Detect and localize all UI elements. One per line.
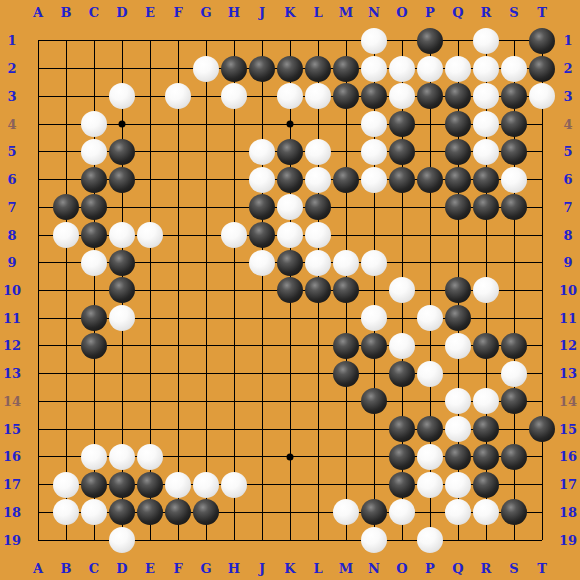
intersection-G12[interactable] — [192, 332, 220, 360]
intersection-D11[interactable] — [108, 304, 136, 332]
intersection-F13[interactable] — [164, 360, 192, 388]
intersection-E2[interactable] — [136, 55, 164, 83]
intersection-E11[interactable] — [136, 304, 164, 332]
intersection-B7[interactable] — [52, 193, 80, 221]
intersection-C8[interactable] — [80, 221, 108, 249]
intersection-N11[interactable] — [360, 304, 388, 332]
intersection-J19[interactable] — [248, 526, 276, 554]
intersection-E17[interactable] — [136, 471, 164, 499]
intersection-B8[interactable] — [52, 221, 80, 249]
intersection-T18[interactable] — [528, 499, 556, 527]
intersection-H1[interactable] — [220, 27, 248, 55]
intersection-L14[interactable] — [304, 388, 332, 416]
intersection-R12[interactable] — [472, 332, 500, 360]
intersection-E6[interactable] — [136, 166, 164, 194]
intersection-A17[interactable] — [24, 471, 52, 499]
intersection-G16[interactable] — [192, 443, 220, 471]
intersection-J9[interactable] — [248, 249, 276, 277]
intersection-Q5[interactable] — [444, 138, 472, 166]
intersection-M10[interactable] — [332, 277, 360, 305]
intersection-D3[interactable] — [108, 82, 136, 110]
intersection-R16[interactable] — [472, 443, 500, 471]
intersection-D12[interactable] — [108, 332, 136, 360]
intersection-M3[interactable] — [332, 82, 360, 110]
intersection-C16[interactable] — [80, 443, 108, 471]
intersection-H14[interactable] — [220, 388, 248, 416]
intersection-D17[interactable] — [108, 471, 136, 499]
intersection-M2[interactable] — [332, 55, 360, 83]
intersection-S16[interactable] — [500, 443, 528, 471]
intersection-M1[interactable] — [332, 27, 360, 55]
intersection-O2[interactable] — [388, 55, 416, 83]
intersection-O4[interactable] — [388, 110, 416, 138]
intersection-O1[interactable] — [388, 27, 416, 55]
intersection-K6[interactable] — [276, 166, 304, 194]
intersection-O7[interactable] — [388, 193, 416, 221]
intersection-M7[interactable] — [332, 193, 360, 221]
intersection-C13[interactable] — [80, 360, 108, 388]
intersection-S17[interactable] — [500, 471, 528, 499]
intersection-P4[interactable] — [416, 110, 444, 138]
intersection-K9[interactable] — [276, 249, 304, 277]
intersection-G19[interactable] — [192, 526, 220, 554]
intersection-K10[interactable] — [276, 277, 304, 305]
intersection-P8[interactable] — [416, 221, 444, 249]
intersection-C1[interactable] — [80, 27, 108, 55]
intersection-F14[interactable] — [164, 388, 192, 416]
intersection-E15[interactable] — [136, 415, 164, 443]
intersection-K5[interactable] — [276, 138, 304, 166]
intersection-L8[interactable] — [304, 221, 332, 249]
intersection-E3[interactable] — [136, 82, 164, 110]
intersection-O14[interactable] — [388, 388, 416, 416]
intersection-A6[interactable] — [24, 166, 52, 194]
intersection-G11[interactable] — [192, 304, 220, 332]
intersection-B6[interactable] — [52, 166, 80, 194]
intersection-P11[interactable] — [416, 304, 444, 332]
intersection-L1[interactable] — [304, 27, 332, 55]
intersection-F5[interactable] — [164, 138, 192, 166]
intersection-T11[interactable] — [528, 304, 556, 332]
intersection-R17[interactable] — [472, 471, 500, 499]
intersection-J14[interactable] — [248, 388, 276, 416]
intersection-A7[interactable] — [24, 193, 52, 221]
intersection-S10[interactable] — [500, 277, 528, 305]
intersection-T19[interactable] — [528, 526, 556, 554]
intersection-R7[interactable] — [472, 193, 500, 221]
intersection-C18[interactable] — [80, 499, 108, 527]
intersection-D8[interactable] — [108, 221, 136, 249]
intersection-S2[interactable] — [500, 55, 528, 83]
intersection-A1[interactable] — [24, 27, 52, 55]
intersection-A8[interactable] — [24, 221, 52, 249]
intersection-C5[interactable] — [80, 138, 108, 166]
intersection-S3[interactable] — [500, 82, 528, 110]
intersection-J17[interactable] — [248, 471, 276, 499]
intersection-H19[interactable] — [220, 526, 248, 554]
intersection-A10[interactable] — [24, 277, 52, 305]
intersection-L9[interactable] — [304, 249, 332, 277]
intersection-O19[interactable] — [388, 526, 416, 554]
intersection-F6[interactable] — [164, 166, 192, 194]
intersection-J8[interactable] — [248, 221, 276, 249]
intersection-P19[interactable] — [416, 526, 444, 554]
intersection-G4[interactable] — [192, 110, 220, 138]
intersection-N16[interactable] — [360, 443, 388, 471]
intersection-N7[interactable] — [360, 193, 388, 221]
intersection-T3[interactable] — [528, 82, 556, 110]
intersection-A2[interactable] — [24, 55, 52, 83]
intersection-P5[interactable] — [416, 138, 444, 166]
intersection-D6[interactable] — [108, 166, 136, 194]
intersection-H13[interactable] — [220, 360, 248, 388]
intersection-L10[interactable] — [304, 277, 332, 305]
intersection-G14[interactable] — [192, 388, 220, 416]
intersection-K1[interactable] — [276, 27, 304, 55]
intersection-K3[interactable] — [276, 82, 304, 110]
intersection-S15[interactable] — [500, 415, 528, 443]
intersection-O5[interactable] — [388, 138, 416, 166]
intersection-N12[interactable] — [360, 332, 388, 360]
intersection-G15[interactable] — [192, 415, 220, 443]
intersection-L2[interactable] — [304, 55, 332, 83]
intersection-A9[interactable] — [24, 249, 52, 277]
intersection-N1[interactable] — [360, 27, 388, 55]
intersection-O13[interactable] — [388, 360, 416, 388]
intersection-M12[interactable] — [332, 332, 360, 360]
intersection-T15[interactable] — [528, 415, 556, 443]
intersection-H15[interactable] — [220, 415, 248, 443]
intersection-N2[interactable] — [360, 55, 388, 83]
intersection-K13[interactable] — [276, 360, 304, 388]
intersection-G18[interactable] — [192, 499, 220, 527]
intersection-G2[interactable] — [192, 55, 220, 83]
intersection-T8[interactable] — [528, 221, 556, 249]
intersection-E10[interactable] — [136, 277, 164, 305]
intersection-L18[interactable] — [304, 499, 332, 527]
intersection-D9[interactable] — [108, 249, 136, 277]
intersection-E1[interactable] — [136, 27, 164, 55]
intersection-F9[interactable] — [164, 249, 192, 277]
intersection-L6[interactable] — [304, 166, 332, 194]
intersection-K7[interactable] — [276, 193, 304, 221]
intersection-S4[interactable] — [500, 110, 528, 138]
intersection-Q3[interactable] — [444, 82, 472, 110]
intersection-S12[interactable] — [500, 332, 528, 360]
intersection-R5[interactable] — [472, 138, 500, 166]
intersection-D14[interactable] — [108, 388, 136, 416]
intersection-G17[interactable] — [192, 471, 220, 499]
intersection-L12[interactable] — [304, 332, 332, 360]
intersection-B2[interactable] — [52, 55, 80, 83]
intersection-G3[interactable] — [192, 82, 220, 110]
intersection-E13[interactable] — [136, 360, 164, 388]
intersection-A12[interactable] — [24, 332, 52, 360]
intersection-K19[interactable] — [276, 526, 304, 554]
intersection-N15[interactable] — [360, 415, 388, 443]
intersection-T16[interactable] — [528, 443, 556, 471]
intersection-J10[interactable] — [248, 277, 276, 305]
intersection-M4[interactable] — [332, 110, 360, 138]
intersection-N8[interactable] — [360, 221, 388, 249]
intersection-Q17[interactable] — [444, 471, 472, 499]
intersection-H16[interactable] — [220, 443, 248, 471]
intersection-F18[interactable] — [164, 499, 192, 527]
intersection-O15[interactable] — [388, 415, 416, 443]
intersection-F12[interactable] — [164, 332, 192, 360]
intersection-A19[interactable] — [24, 526, 52, 554]
intersection-R11[interactable] — [472, 304, 500, 332]
intersection-M8[interactable] — [332, 221, 360, 249]
intersection-R8[interactable] — [472, 221, 500, 249]
intersection-M17[interactable] — [332, 471, 360, 499]
intersection-Q16[interactable] — [444, 443, 472, 471]
intersection-H9[interactable] — [220, 249, 248, 277]
intersection-R9[interactable] — [472, 249, 500, 277]
intersection-C11[interactable] — [80, 304, 108, 332]
intersection-K8[interactable] — [276, 221, 304, 249]
intersection-H10[interactable] — [220, 277, 248, 305]
intersection-C9[interactable] — [80, 249, 108, 277]
intersection-S7[interactable] — [500, 193, 528, 221]
intersection-Q9[interactable] — [444, 249, 472, 277]
intersection-C3[interactable] — [80, 82, 108, 110]
intersection-E9[interactable] — [136, 249, 164, 277]
intersection-T5[interactable] — [528, 138, 556, 166]
intersection-R3[interactable] — [472, 82, 500, 110]
intersection-E12[interactable] — [136, 332, 164, 360]
intersection-O10[interactable] — [388, 277, 416, 305]
intersection-E7[interactable] — [136, 193, 164, 221]
intersection-F15[interactable] — [164, 415, 192, 443]
intersection-P17[interactable] — [416, 471, 444, 499]
intersection-K14[interactable] — [276, 388, 304, 416]
intersection-Q2[interactable] — [444, 55, 472, 83]
intersection-E8[interactable] — [136, 221, 164, 249]
intersection-K2[interactable] — [276, 55, 304, 83]
intersection-J6[interactable] — [248, 166, 276, 194]
intersection-B16[interactable] — [52, 443, 80, 471]
intersection-B9[interactable] — [52, 249, 80, 277]
intersection-P10[interactable] — [416, 277, 444, 305]
intersection-H2[interactable] — [220, 55, 248, 83]
intersection-M15[interactable] — [332, 415, 360, 443]
intersection-O17[interactable] — [388, 471, 416, 499]
intersection-A5[interactable] — [24, 138, 52, 166]
intersection-H5[interactable] — [220, 138, 248, 166]
intersection-T6[interactable] — [528, 166, 556, 194]
intersection-O6[interactable] — [388, 166, 416, 194]
intersection-R13[interactable] — [472, 360, 500, 388]
intersection-T12[interactable] — [528, 332, 556, 360]
intersection-P2[interactable] — [416, 55, 444, 83]
intersection-M19[interactable] — [332, 526, 360, 554]
intersection-K16[interactable] — [276, 443, 304, 471]
intersection-K11[interactable] — [276, 304, 304, 332]
intersection-B3[interactable] — [52, 82, 80, 110]
intersection-C4[interactable] — [80, 110, 108, 138]
intersection-A11[interactable] — [24, 304, 52, 332]
intersection-C17[interactable] — [80, 471, 108, 499]
intersection-R18[interactable] — [472, 499, 500, 527]
intersection-C14[interactable] — [80, 388, 108, 416]
intersection-E16[interactable] — [136, 443, 164, 471]
intersection-R19[interactable] — [472, 526, 500, 554]
intersection-B11[interactable] — [52, 304, 80, 332]
intersection-R6[interactable] — [472, 166, 500, 194]
intersection-D13[interactable] — [108, 360, 136, 388]
intersection-F10[interactable] — [164, 277, 192, 305]
intersection-T14[interactable] — [528, 388, 556, 416]
intersection-D10[interactable] — [108, 277, 136, 305]
intersection-Q6[interactable] — [444, 166, 472, 194]
intersection-T17[interactable] — [528, 471, 556, 499]
intersection-B18[interactable] — [52, 499, 80, 527]
intersection-F4[interactable] — [164, 110, 192, 138]
intersection-S19[interactable] — [500, 526, 528, 554]
intersection-L16[interactable] — [304, 443, 332, 471]
intersection-R4[interactable] — [472, 110, 500, 138]
intersection-H3[interactable] — [220, 82, 248, 110]
intersection-B19[interactable] — [52, 526, 80, 554]
intersection-S18[interactable] — [500, 499, 528, 527]
intersection-L3[interactable] — [304, 82, 332, 110]
intersection-A14[interactable] — [24, 388, 52, 416]
intersection-H6[interactable] — [220, 166, 248, 194]
intersection-R14[interactable] — [472, 388, 500, 416]
intersection-H4[interactable] — [220, 110, 248, 138]
intersection-Q14[interactable] — [444, 388, 472, 416]
intersection-L19[interactable] — [304, 526, 332, 554]
intersection-E5[interactable] — [136, 138, 164, 166]
intersection-C19[interactable] — [80, 526, 108, 554]
intersection-J16[interactable] — [248, 443, 276, 471]
intersection-J2[interactable] — [248, 55, 276, 83]
intersection-Q4[interactable] — [444, 110, 472, 138]
intersection-A16[interactable] — [24, 443, 52, 471]
intersection-B5[interactable] — [52, 138, 80, 166]
intersection-Q8[interactable] — [444, 221, 472, 249]
intersection-G6[interactable] — [192, 166, 220, 194]
intersection-K18[interactable] — [276, 499, 304, 527]
intersection-J5[interactable] — [248, 138, 276, 166]
intersection-P9[interactable] — [416, 249, 444, 277]
intersection-O18[interactable] — [388, 499, 416, 527]
intersection-P3[interactable] — [416, 82, 444, 110]
intersection-P13[interactable] — [416, 360, 444, 388]
intersection-J12[interactable] — [248, 332, 276, 360]
intersection-P12[interactable] — [416, 332, 444, 360]
intersection-N19[interactable] — [360, 526, 388, 554]
intersection-H7[interactable] — [220, 193, 248, 221]
intersection-T7[interactable] — [528, 193, 556, 221]
intersection-S6[interactable] — [500, 166, 528, 194]
intersection-C12[interactable] — [80, 332, 108, 360]
intersection-A3[interactable] — [24, 82, 52, 110]
intersection-E19[interactable] — [136, 526, 164, 554]
intersection-B14[interactable] — [52, 388, 80, 416]
intersection-A15[interactable] — [24, 415, 52, 443]
intersection-Q12[interactable] — [444, 332, 472, 360]
intersection-N18[interactable] — [360, 499, 388, 527]
intersection-C7[interactable] — [80, 193, 108, 221]
intersection-B4[interactable] — [52, 110, 80, 138]
intersection-F19[interactable] — [164, 526, 192, 554]
intersection-G1[interactable] — [192, 27, 220, 55]
intersection-J18[interactable] — [248, 499, 276, 527]
intersection-L11[interactable] — [304, 304, 332, 332]
intersection-M18[interactable] — [332, 499, 360, 527]
intersection-A4[interactable] — [24, 110, 52, 138]
intersection-N13[interactable] — [360, 360, 388, 388]
intersection-G7[interactable] — [192, 193, 220, 221]
intersection-G13[interactable] — [192, 360, 220, 388]
intersection-D16[interactable] — [108, 443, 136, 471]
intersection-L13[interactable] — [304, 360, 332, 388]
intersection-H11[interactable] — [220, 304, 248, 332]
intersection-T13[interactable] — [528, 360, 556, 388]
intersection-F11[interactable] — [164, 304, 192, 332]
intersection-J1[interactable] — [248, 27, 276, 55]
intersection-E4[interactable] — [136, 110, 164, 138]
intersection-M5[interactable] — [332, 138, 360, 166]
intersection-T10[interactable] — [528, 277, 556, 305]
intersection-R1[interactable] — [472, 27, 500, 55]
intersection-T2[interactable] — [528, 55, 556, 83]
intersection-D2[interactable] — [108, 55, 136, 83]
intersection-Q10[interactable] — [444, 277, 472, 305]
intersection-D18[interactable] — [108, 499, 136, 527]
intersection-F8[interactable] — [164, 221, 192, 249]
intersection-Q13[interactable] — [444, 360, 472, 388]
intersection-L4[interactable] — [304, 110, 332, 138]
intersection-C2[interactable] — [80, 55, 108, 83]
intersection-N9[interactable] — [360, 249, 388, 277]
intersection-N10[interactable] — [360, 277, 388, 305]
intersection-F17[interactable] — [164, 471, 192, 499]
intersection-L17[interactable] — [304, 471, 332, 499]
intersection-H8[interactable] — [220, 221, 248, 249]
intersection-M6[interactable] — [332, 166, 360, 194]
intersection-S9[interactable] — [500, 249, 528, 277]
intersection-P18[interactable] — [416, 499, 444, 527]
intersection-C6[interactable] — [80, 166, 108, 194]
intersection-N4[interactable] — [360, 110, 388, 138]
intersection-K4[interactable] — [276, 110, 304, 138]
intersection-D19[interactable] — [108, 526, 136, 554]
intersection-F7[interactable] — [164, 193, 192, 221]
intersection-F3[interactable] — [164, 82, 192, 110]
intersection-J3[interactable] — [248, 82, 276, 110]
intersection-M14[interactable] — [332, 388, 360, 416]
intersection-S13[interactable] — [500, 360, 528, 388]
intersection-O8[interactable] — [388, 221, 416, 249]
intersection-G8[interactable] — [192, 221, 220, 249]
intersection-J13[interactable] — [248, 360, 276, 388]
intersection-C15[interactable] — [80, 415, 108, 443]
intersection-Q11[interactable] — [444, 304, 472, 332]
intersection-J7[interactable] — [248, 193, 276, 221]
intersection-Q7[interactable] — [444, 193, 472, 221]
intersection-M13[interactable] — [332, 360, 360, 388]
intersection-J15[interactable] — [248, 415, 276, 443]
intersection-T1[interactable] — [528, 27, 556, 55]
intersection-P6[interactable] — [416, 166, 444, 194]
intersection-O9[interactable] — [388, 249, 416, 277]
intersection-S11[interactable] — [500, 304, 528, 332]
intersection-O12[interactable] — [388, 332, 416, 360]
intersection-P14[interactable] — [416, 388, 444, 416]
